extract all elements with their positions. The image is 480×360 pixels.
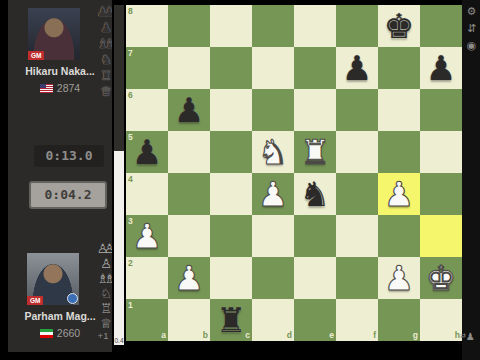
black-pawn-f7[interactable]: ♟	[336, 47, 378, 89]
captured-piece-group: ♙	[100, 256, 112, 271]
square-e4[interactable]: ♞	[294, 173, 336, 215]
square-e2[interactable]	[294, 257, 336, 299]
clock-bottom-player: 0:04.2	[29, 181, 107, 209]
square-e5[interactable]: ♜	[294, 131, 336, 173]
square-h7[interactable]: ♟	[420, 47, 462, 89]
evaluation-bar-white	[114, 151, 124, 345]
square-c1[interactable]: c♜	[210, 299, 252, 341]
square-h3[interactable]	[420, 215, 462, 257]
rank-label-8: 8	[128, 6, 133, 16]
broadcast-screen: GM ♟♟♟♝♝♞♜♛ Hikaru Naka... 2874 0:13.0 0…	[0, 0, 480, 360]
square-d5[interactable]: ♞	[252, 131, 294, 173]
iran-flag-icon	[40, 329, 53, 338]
square-g6[interactable]	[378, 89, 420, 131]
square-b6[interactable]: ♟	[168, 89, 210, 131]
square-a2[interactable]: 2	[126, 257, 168, 299]
board-tools: ⚙⇵◉	[465, 5, 478, 52]
captured-piece-group: ♘	[100, 286, 112, 301]
square-f1[interactable]: f	[336, 299, 378, 341]
player-name-top: Hikaru Naka...	[10, 65, 110, 77]
square-a4[interactable]: 4	[126, 173, 168, 215]
rank-label-2: 2	[128, 258, 133, 268]
square-f8[interactable]	[336, 5, 378, 47]
club-logo-icon	[67, 293, 78, 304]
square-g8[interactable]: ♚	[378, 5, 420, 47]
clock-top-player: 0:13.0	[34, 145, 104, 167]
square-c8[interactable]	[210, 5, 252, 47]
square-h4[interactable]	[420, 173, 462, 215]
settings-gear-icon[interactable]: ⚙	[465, 5, 478, 18]
square-e8[interactable]	[294, 5, 336, 47]
square-b5[interactable]	[168, 131, 210, 173]
square-d8[interactable]	[252, 5, 294, 47]
square-c6[interactable]	[210, 89, 252, 131]
square-h6[interactable]	[420, 89, 462, 131]
white-pawn-d4[interactable]: ♟	[252, 173, 294, 215]
flip-arrows-icon[interactable]: ⇵	[465, 22, 478, 35]
square-g3[interactable]	[378, 215, 420, 257]
black-rook-c1[interactable]: ♜	[210, 299, 252, 341]
player-name-bottom: Parham Mag...	[10, 310, 110, 322]
right-toolbar-strip: ⚙⇵◉	[462, 0, 480, 360]
avatar-bottom-player: GM	[27, 253, 79, 305]
square-f4[interactable]	[336, 173, 378, 215]
square-g1[interactable]: g	[378, 299, 420, 341]
captured-piece-group: ♟	[100, 20, 112, 36]
square-e3[interactable]	[294, 215, 336, 257]
square-d1[interactable]: d	[252, 299, 294, 341]
square-b1[interactable]: b	[168, 299, 210, 341]
white-pawn-b2[interactable]: ♟	[168, 257, 210, 299]
square-c4[interactable]	[210, 173, 252, 215]
white-rook-e5[interactable]: ♜	[294, 131, 336, 173]
square-d7[interactable]	[252, 47, 294, 89]
square-b3[interactable]	[168, 215, 210, 257]
square-d3[interactable]	[252, 215, 294, 257]
square-g2[interactable]: ♟	[378, 257, 420, 299]
square-g4[interactable]: ♟	[378, 173, 420, 215]
square-h5[interactable]	[420, 131, 462, 173]
square-h2[interactable]: ♚	[420, 257, 462, 299]
square-b8[interactable]	[168, 5, 210, 47]
square-a6[interactable]: 6	[126, 89, 168, 131]
black-king-g8[interactable]: ♚	[378, 5, 420, 47]
square-f7[interactable]: ♟	[336, 47, 378, 89]
square-d4[interactable]: ♟	[252, 173, 294, 215]
square-e1[interactable]: e	[294, 299, 336, 341]
black-pawn-a5[interactable]: ♟	[126, 131, 168, 173]
rank-label-1: 1	[128, 300, 133, 310]
avatar-top-player: GM	[28, 8, 80, 60]
square-a5[interactable]: 5♟	[126, 131, 168, 173]
square-h1[interactable]: h	[420, 299, 462, 341]
player-rating-bottom: 2660	[57, 327, 80, 339]
chess-board[interactable]: 8♚7♟♟6♟5♟♞♜4♟♞♟3♟2♟♟♚1abc♜defgh	[126, 5, 462, 341]
evaluation-value: 0.4	[114, 337, 124, 344]
square-e7[interactable]	[294, 47, 336, 89]
square-d6[interactable]	[252, 89, 294, 131]
evaluation-bar: 0.4	[112, 5, 126, 345]
player-rating-row-bottom: 2660	[10, 327, 110, 339]
square-g7[interactable]	[378, 47, 420, 89]
square-a8[interactable]: 8	[126, 5, 168, 47]
player-rating-row-top: 2874	[10, 82, 110, 94]
us-flag-icon	[40, 84, 53, 93]
rank-label-7: 7	[128, 48, 133, 58]
square-f6[interactable]	[336, 89, 378, 131]
square-f2[interactable]	[336, 257, 378, 299]
rank-label-6: 6	[128, 90, 133, 100]
gm-title-badge: GM	[28, 51, 44, 60]
square-f3[interactable]	[336, 215, 378, 257]
file-label-a: a	[161, 330, 166, 340]
square-a1[interactable]: 1a	[126, 299, 168, 341]
gm-title-badge: GM	[27, 296, 43, 305]
square-a3[interactable]: 3♟	[126, 215, 168, 257]
square-f5[interactable]	[336, 131, 378, 173]
square-a7[interactable]: 7	[126, 47, 168, 89]
square-b2[interactable]: ♟	[168, 257, 210, 299]
rank-label-4: 4	[128, 174, 133, 184]
white-pawn-g2[interactable]: ♟	[378, 257, 420, 299]
square-c3[interactable]	[210, 215, 252, 257]
white-king-h2[interactable]: ♚	[420, 257, 462, 299]
file-label-e: e	[329, 330, 334, 340]
square-b7[interactable]	[168, 47, 210, 89]
square-h8[interactable]	[420, 5, 462, 47]
black-pawn-h7[interactable]: ♟	[420, 47, 462, 89]
file-label-b: b	[203, 330, 208, 340]
record-circle-icon[interactable]: ◉	[465, 39, 478, 52]
file-label-g: g	[413, 330, 418, 340]
player-sidebar: GM ♟♟♟♝♝♞♜♛ Hikaru Naka... 2874 0:13.0 0…	[8, 0, 112, 352]
flip-board-icon[interactable]: ⇄♟	[460, 331, 475, 342]
white-pawn-a3[interactable]: ♟	[126, 215, 168, 257]
file-label-d: d	[287, 330, 292, 340]
black-knight-e4[interactable]: ♞	[294, 173, 336, 215]
black-pawn-b6[interactable]: ♟	[168, 89, 210, 131]
square-g5[interactable]	[378, 131, 420, 173]
square-e6[interactable]	[294, 89, 336, 131]
square-c5[interactable]	[210, 131, 252, 173]
player-rating-top: 2874	[57, 82, 80, 94]
white-pawn-g4[interactable]: ♟	[378, 173, 420, 215]
white-knight-d5[interactable]: ♞	[252, 131, 294, 173]
square-c2[interactable]	[210, 257, 252, 299]
file-label-f: f	[373, 330, 376, 340]
square-c7[interactable]	[210, 47, 252, 89]
square-b4[interactable]	[168, 173, 210, 215]
square-d2[interactable]	[252, 257, 294, 299]
